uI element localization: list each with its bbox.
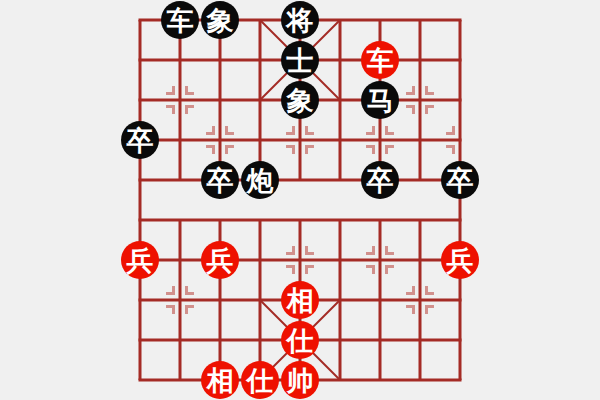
point-marker (305, 265, 314, 274)
point-marker (166, 86, 175, 95)
point-marker (305, 246, 314, 255)
piece-black-soldier[interactable]: 卒 (121, 121, 159, 159)
point-marker (385, 145, 394, 154)
piece-black-elephant[interactable]: 象 (281, 81, 319, 119)
point-marker (406, 105, 415, 114)
point-marker (166, 105, 175, 114)
piece-red-chariot[interactable]: 车 (361, 41, 399, 79)
piece-red-soldier[interactable]: 兵 (121, 241, 159, 279)
point-marker (185, 305, 194, 314)
point-marker (206, 126, 215, 135)
piece-red-elephant[interactable]: 相 (281, 281, 319, 319)
piece-red-advisor[interactable]: 仕 (241, 361, 279, 399)
piece-red-soldier[interactable]: 兵 (201, 241, 239, 279)
xiangqi-board-screen: 车象将士车象马卒卒炮卒卒兵兵兵相仕相仕帅 (0, 0, 600, 400)
point-marker (225, 145, 234, 154)
point-marker (185, 286, 194, 295)
piece-red-general[interactable]: 帅 (281, 361, 319, 399)
piece-black-elephant[interactable]: 象 (201, 1, 239, 39)
point-marker (286, 246, 295, 255)
point-marker (366, 246, 375, 255)
point-marker (286, 126, 295, 135)
point-marker (286, 265, 295, 274)
point-marker (385, 126, 394, 135)
piece-black-soldier[interactable]: 卒 (361, 161, 399, 199)
piece-black-chariot[interactable]: 车 (161, 1, 199, 39)
point-marker (385, 246, 394, 255)
piece-red-advisor[interactable]: 仕 (281, 321, 319, 359)
point-marker (206, 145, 215, 154)
piece-black-general[interactable]: 将 (281, 1, 319, 39)
point-marker (166, 305, 175, 314)
point-marker (425, 86, 434, 95)
point-marker (185, 105, 194, 114)
point-marker (366, 265, 375, 274)
piece-red-elephant[interactable]: 相 (201, 361, 239, 399)
point-marker (425, 105, 434, 114)
point-marker (425, 286, 434, 295)
point-marker (406, 86, 415, 95)
point-marker (406, 286, 415, 295)
point-marker (225, 126, 234, 135)
point-marker (166, 286, 175, 295)
point-marker (305, 145, 314, 154)
point-marker (385, 265, 394, 274)
piece-black-soldier[interactable]: 卒 (201, 161, 239, 199)
point-marker (425, 305, 434, 314)
piece-black-cannon[interactable]: 炮 (241, 161, 279, 199)
piece-black-advisor[interactable]: 士 (281, 41, 319, 79)
point-marker (286, 145, 295, 154)
point-marker (366, 145, 375, 154)
point-marker (446, 145, 455, 154)
point-marker (446, 126, 455, 135)
point-marker (185, 86, 194, 95)
point-marker (305, 126, 314, 135)
piece-black-soldier[interactable]: 卒 (441, 161, 479, 199)
point-marker (366, 126, 375, 135)
piece-black-horse[interactable]: 马 (361, 81, 399, 119)
point-marker (406, 305, 415, 314)
piece-red-soldier[interactable]: 兵 (441, 241, 479, 279)
